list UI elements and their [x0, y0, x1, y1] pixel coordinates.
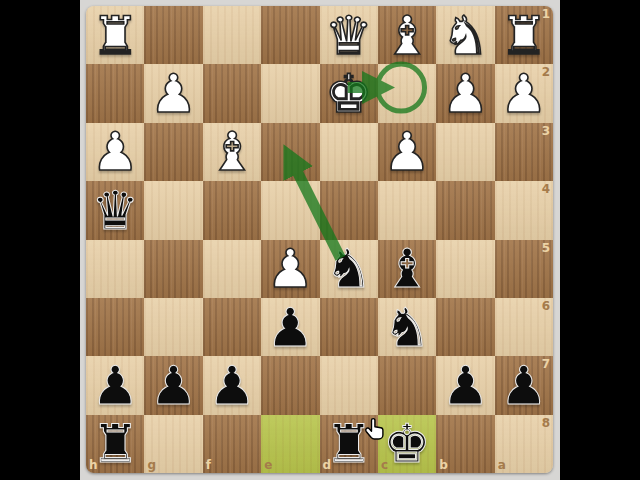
rank-label-6: 6 — [542, 300, 550, 312]
white-pawn[interactable]: ♟ — [378, 123, 436, 181]
file-label-e: e — [264, 459, 272, 471]
square-c6[interactable]: ♞ — [378, 298, 436, 356]
square-g4[interactable] — [144, 181, 202, 239]
square-g5[interactable] — [144, 240, 202, 298]
file-label-g: g — [147, 459, 156, 471]
chess-app-screenshot: ♜♛♝♞♜1♟♚♟♟2♟♝♟3♛4♟♞♝5♟♞6♟♟♟♟♟7♜hgfe♜d♚cb… — [0, 0, 640, 480]
square-f6[interactable] — [203, 298, 261, 356]
square-d5[interactable]: ♞ — [320, 240, 378, 298]
rank-label-5: 5 — [542, 242, 550, 254]
square-h8[interactable]: ♜h — [86, 415, 144, 473]
rank-label-2: 2 — [542, 66, 550, 78]
square-b5[interactable] — [436, 240, 494, 298]
square-h4[interactable]: ♛ — [86, 181, 144, 239]
file-label-f: f — [206, 459, 211, 471]
white-queen[interactable]: ♛ — [320, 6, 378, 64]
square-b2[interactable]: ♟ — [436, 64, 494, 122]
square-h6[interactable] — [86, 298, 144, 356]
square-e4[interactable] — [261, 181, 319, 239]
file-label-a: a — [498, 459, 506, 471]
square-h3[interactable]: ♟ — [86, 123, 144, 181]
square-f3[interactable]: ♝ — [203, 123, 261, 181]
square-f7[interactable]: ♟ — [203, 356, 261, 414]
square-g1[interactable] — [144, 6, 202, 64]
square-a5[interactable]: 5 — [495, 240, 553, 298]
square-b7[interactable]: ♟ — [436, 356, 494, 414]
rank-label-8: 8 — [542, 417, 550, 429]
black-knight[interactable]: ♞ — [320, 240, 378, 298]
square-g7[interactable]: ♟ — [144, 356, 202, 414]
black-pawn[interactable]: ♟ — [261, 298, 319, 356]
rank-label-7: 7 — [542, 358, 550, 370]
square-f4[interactable] — [203, 181, 261, 239]
square-f5[interactable] — [203, 240, 261, 298]
square-e3[interactable] — [261, 123, 319, 181]
rank-label-4: 4 — [542, 183, 550, 195]
letterbox-left — [0, 0, 80, 480]
square-c3[interactable]: ♟ — [378, 123, 436, 181]
white-pawn[interactable]: ♟ — [86, 123, 144, 181]
square-e7[interactable] — [261, 356, 319, 414]
square-c5[interactable]: ♝ — [378, 240, 436, 298]
square-e8[interactable]: e — [261, 415, 319, 473]
square-d2[interactable]: ♚ — [320, 64, 378, 122]
square-c2[interactable] — [378, 64, 436, 122]
square-e5[interactable]: ♟ — [261, 240, 319, 298]
white-bishop[interactable]: ♝ — [378, 6, 436, 64]
white-bishop[interactable]: ♝ — [203, 123, 261, 181]
white-rook[interactable]: ♜ — [86, 6, 144, 64]
square-g3[interactable] — [144, 123, 202, 181]
square-h5[interactable] — [86, 240, 144, 298]
black-pawn[interactable]: ♟ — [144, 356, 202, 414]
square-f8[interactable]: f — [203, 415, 261, 473]
white-king[interactable]: ♚ — [320, 64, 378, 122]
rank-label-3: 3 — [542, 125, 550, 137]
square-a1[interactable]: ♜1 — [495, 6, 553, 64]
square-a2[interactable]: ♟2 — [495, 64, 553, 122]
black-pawn[interactable]: ♟ — [86, 356, 144, 414]
square-c4[interactable] — [378, 181, 436, 239]
square-b6[interactable] — [436, 298, 494, 356]
black-bishop[interactable]: ♝ — [378, 240, 436, 298]
square-a7[interactable]: ♟7 — [495, 356, 553, 414]
square-h2[interactable] — [86, 64, 144, 122]
square-d3[interactable] — [320, 123, 378, 181]
square-a6[interactable]: 6 — [495, 298, 553, 356]
square-b3[interactable] — [436, 123, 494, 181]
white-knight[interactable]: ♞ — [436, 6, 494, 64]
square-g2[interactable]: ♟ — [144, 64, 202, 122]
black-queen[interactable]: ♛ — [86, 181, 144, 239]
square-c7[interactable] — [378, 356, 436, 414]
square-h1[interactable]: ♜ — [86, 6, 144, 64]
square-e1[interactable] — [261, 6, 319, 64]
square-d7[interactable] — [320, 356, 378, 414]
black-knight[interactable]: ♞ — [378, 298, 436, 356]
square-a8[interactable]: 8a — [495, 415, 553, 473]
square-a3[interactable]: 3 — [495, 123, 553, 181]
square-c1[interactable]: ♝ — [378, 6, 436, 64]
file-label-d: d — [323, 459, 332, 471]
file-label-h: h — [89, 459, 98, 471]
square-f1[interactable] — [203, 6, 261, 64]
square-h7[interactable]: ♟ — [86, 356, 144, 414]
square-d1[interactable]: ♛ — [320, 6, 378, 64]
square-g8[interactable]: g — [144, 415, 202, 473]
white-pawn[interactable]: ♟ — [261, 240, 319, 298]
square-a4[interactable]: 4 — [495, 181, 553, 239]
chess-board[interactable]: ♜♛♝♞♜1♟♚♟♟2♟♝♟3♛4♟♞♝5♟♞6♟♟♟♟♟7♜hgfe♜d♚cb… — [86, 6, 553, 473]
square-g6[interactable] — [144, 298, 202, 356]
square-f2[interactable] — [203, 64, 261, 122]
square-e6[interactable]: ♟ — [261, 298, 319, 356]
black-pawn[interactable]: ♟ — [436, 356, 494, 414]
board-area: ♜♛♝♞♜1♟♚♟♟2♟♝♟3♛4♟♞♝5♟♞6♟♟♟♟♟7♜hgfe♜d♚cb… — [80, 0, 560, 480]
letterbox-right — [560, 0, 640, 480]
square-b8[interactable]: b — [436, 415, 494, 473]
rank-label-1: 1 — [542, 8, 550, 20]
black-pawn[interactable]: ♟ — [203, 356, 261, 414]
square-d8[interactable]: ♜d — [320, 415, 378, 473]
square-d4[interactable] — [320, 181, 378, 239]
white-pawn[interactable]: ♟ — [144, 64, 202, 122]
square-e2[interactable] — [261, 64, 319, 122]
square-b1[interactable]: ♞ — [436, 6, 494, 64]
file-label-b: b — [439, 459, 448, 471]
white-pawn[interactable]: ♟ — [436, 64, 494, 122]
file-label-c: c — [381, 459, 388, 471]
square-c8[interactable]: ♚c — [378, 415, 436, 473]
square-b4[interactable] — [436, 181, 494, 239]
square-d6[interactable] — [320, 298, 378, 356]
